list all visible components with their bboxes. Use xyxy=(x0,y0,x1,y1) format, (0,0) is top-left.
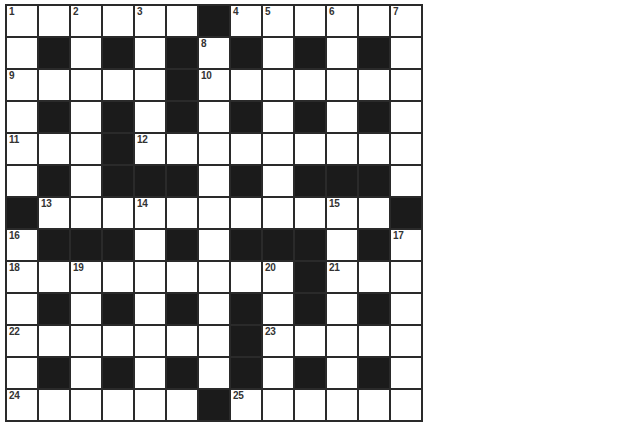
cell-r5c8[interactable] xyxy=(231,134,261,164)
cell-r4c3[interactable] xyxy=(71,102,101,132)
cell-r3c11[interactable] xyxy=(327,70,357,100)
cell-r12c11[interactable] xyxy=(327,358,357,388)
cell-r4c1[interactable] xyxy=(7,102,37,132)
cell-r3c8[interactable] xyxy=(231,70,261,100)
cell-r2c3[interactable] xyxy=(71,38,101,68)
clue-number-16: 16 xyxy=(9,230,20,242)
cell-r5c2[interactable] xyxy=(39,134,69,164)
cell-r9c5[interactable] xyxy=(135,262,165,292)
clue-number-7: 7 xyxy=(393,6,398,18)
cell-r10c3[interactable] xyxy=(71,294,101,324)
cell-r3c9[interactable] xyxy=(263,70,293,100)
cell-r4c12-black xyxy=(359,102,389,132)
cell-r10c6-black xyxy=(167,294,197,324)
cell-r13c9[interactable] xyxy=(263,390,293,420)
clue-number-13: 13 xyxy=(41,198,52,210)
clue-number-5: 5 xyxy=(265,6,270,18)
cell-r1c13[interactable]: 7 xyxy=(391,6,421,36)
cell-r8c13[interactable]: 17 xyxy=(391,230,421,260)
cell-r1c3[interactable]: 2 xyxy=(71,6,101,36)
cell-r6c10-black xyxy=(295,166,325,196)
cell-r13c7-black xyxy=(199,390,229,420)
cell-r11c2[interactable] xyxy=(39,326,69,356)
cell-r9c8[interactable] xyxy=(231,262,261,292)
clue-number-2: 2 xyxy=(73,6,78,18)
cell-r9c9[interactable]: 20 xyxy=(263,262,293,292)
cell-r13c5[interactable] xyxy=(135,390,165,420)
clue-number-11: 11 xyxy=(9,134,19,146)
cell-r2c8-black xyxy=(231,38,261,68)
cell-r10c7[interactable] xyxy=(199,294,229,324)
cell-r3c6-black xyxy=(167,70,197,100)
cell-r13c2[interactable] xyxy=(39,390,69,420)
cell-r7c6[interactable] xyxy=(167,198,197,228)
cell-r8c8-black xyxy=(231,230,261,260)
crossword-grid: 1234567891011121314151617181920212223242… xyxy=(5,4,423,422)
cell-r9c12[interactable] xyxy=(359,262,389,292)
cell-r5c5[interactable]: 12 xyxy=(135,134,165,164)
cell-r1c1[interactable]: 1 xyxy=(7,6,37,36)
cell-r12c13[interactable] xyxy=(391,358,421,388)
cell-r12c8-black xyxy=(231,358,261,388)
cell-r2c2-black xyxy=(39,38,69,68)
cell-r11c11[interactable] xyxy=(327,326,357,356)
cell-r5c7[interactable] xyxy=(199,134,229,164)
clue-number-23: 23 xyxy=(265,326,276,338)
cell-r3c4[interactable] xyxy=(103,70,133,100)
cell-r10c12-black xyxy=(359,294,389,324)
cell-r9c4[interactable] xyxy=(103,262,133,292)
cell-r3c7[interactable]: 10 xyxy=(199,70,229,100)
cell-r5c9[interactable] xyxy=(263,134,293,164)
clue-number-3: 3 xyxy=(137,6,142,18)
cell-r3c2[interactable] xyxy=(39,70,69,100)
cell-r9c13[interactable] xyxy=(391,262,421,292)
cell-r13c3[interactable] xyxy=(71,390,101,420)
cell-r7c8[interactable] xyxy=(231,198,261,228)
cell-r5c4-black xyxy=(103,134,133,164)
cell-r4c6-black xyxy=(167,102,197,132)
cell-r11c6[interactable] xyxy=(167,326,197,356)
clue-number-18: 18 xyxy=(9,262,20,274)
cell-r5c3[interactable] xyxy=(71,134,101,164)
clue-number-19: 19 xyxy=(73,262,84,274)
cell-r1c12[interactable] xyxy=(359,6,389,36)
clue-number-21: 21 xyxy=(329,262,340,274)
cell-r12c10-black xyxy=(295,358,325,388)
cell-r2c4-black xyxy=(103,38,133,68)
cell-r12c4-black xyxy=(103,358,133,388)
cell-r6c2-black xyxy=(39,166,69,196)
clue-number-14: 14 xyxy=(137,198,148,210)
clue-number-9: 9 xyxy=(9,70,14,82)
cell-r5c6[interactable] xyxy=(167,134,197,164)
cell-r12c5[interactable] xyxy=(135,358,165,388)
cell-r4c5[interactable] xyxy=(135,102,165,132)
cell-r8c7[interactable] xyxy=(199,230,229,260)
cell-r11c9[interactable]: 23 xyxy=(263,326,293,356)
cell-r2c1[interactable] xyxy=(7,38,37,68)
cell-r6c3[interactable] xyxy=(71,166,101,196)
cell-r10c1[interactable] xyxy=(7,294,37,324)
cell-r2c5[interactable] xyxy=(135,38,165,68)
clue-number-17: 17 xyxy=(393,230,404,242)
cell-r11c12[interactable] xyxy=(359,326,389,356)
clue-number-10: 10 xyxy=(201,70,212,82)
cell-r13c4[interactable] xyxy=(103,390,133,420)
cell-r9c10-black xyxy=(295,262,325,292)
cell-r12c1[interactable] xyxy=(7,358,37,388)
cell-r3c13[interactable] xyxy=(391,70,421,100)
cell-r1c4[interactable] xyxy=(103,6,133,36)
cell-r1c8[interactable]: 4 xyxy=(231,6,261,36)
cell-r7c9[interactable] xyxy=(263,198,293,228)
cell-r3c10[interactable] xyxy=(295,70,325,100)
cell-r8c11[interactable] xyxy=(327,230,357,260)
cell-r11c10[interactable] xyxy=(295,326,325,356)
cell-r8c3-black xyxy=(71,230,101,260)
cell-r12c12-black xyxy=(359,358,389,388)
cell-r12c7[interactable] xyxy=(199,358,229,388)
cell-r12c2-black xyxy=(39,358,69,388)
cell-r8c4-black xyxy=(103,230,133,260)
clue-number-15: 15 xyxy=(329,198,340,210)
cell-r11c5[interactable] xyxy=(135,326,165,356)
cell-r10c9[interactable] xyxy=(263,294,293,324)
cell-r6c5-black xyxy=(135,166,165,196)
clue-number-22: 22 xyxy=(9,326,20,338)
clue-number-6: 6 xyxy=(329,6,334,18)
cell-r8c12-black xyxy=(359,230,389,260)
cell-r10c11[interactable] xyxy=(327,294,357,324)
cell-r9c6[interactable] xyxy=(167,262,197,292)
clue-number-25: 25 xyxy=(233,390,244,402)
cell-r11c3[interactable] xyxy=(71,326,101,356)
cell-r7c3[interactable] xyxy=(71,198,101,228)
cell-r9c1[interactable]: 18 xyxy=(7,262,37,292)
cell-r10c4-black xyxy=(103,294,133,324)
cell-r8c2-black xyxy=(39,230,69,260)
cell-r5c1[interactable]: 11 xyxy=(7,134,37,164)
cell-r13c1[interactable]: 24 xyxy=(7,390,37,420)
cell-r10c10-black xyxy=(295,294,325,324)
cell-r4c2-black xyxy=(39,102,69,132)
clue-number-24: 24 xyxy=(9,390,20,402)
cell-r3c5[interactable] xyxy=(135,70,165,100)
cell-r4c13[interactable] xyxy=(391,102,421,132)
cell-r6c1[interactable] xyxy=(7,166,37,196)
crossword-page: 1234567891011121314151617181920212223242… xyxy=(0,0,640,425)
cell-r10c13[interactable] xyxy=(391,294,421,324)
cell-r5c13[interactable] xyxy=(391,134,421,164)
clue-number-8: 8 xyxy=(201,38,206,50)
cell-r7c11[interactable]: 15 xyxy=(327,198,357,228)
cell-r13c8[interactable]: 25 xyxy=(231,390,261,420)
cell-r3c1[interactable]: 9 xyxy=(7,70,37,100)
cell-r11c13[interactable] xyxy=(391,326,421,356)
cell-r13c10[interactable] xyxy=(295,390,325,420)
cell-r10c8-black xyxy=(231,294,261,324)
cell-r5c12[interactable] xyxy=(359,134,389,164)
cell-r11c4[interactable] xyxy=(103,326,133,356)
cell-r11c1[interactable]: 22 xyxy=(7,326,37,356)
clue-number-4: 4 xyxy=(233,6,238,18)
cell-r8c1[interactable]: 16 xyxy=(7,230,37,260)
cell-r7c2[interactable]: 13 xyxy=(39,198,69,228)
cell-r1c10[interactable] xyxy=(295,6,325,36)
cell-r7c13-black xyxy=(391,198,421,228)
cell-r5c11[interactable] xyxy=(327,134,357,164)
cell-r7c5[interactable]: 14 xyxy=(135,198,165,228)
cell-r1c7-black xyxy=(199,6,229,36)
cell-r3c3[interactable] xyxy=(71,70,101,100)
cell-r8c9-black xyxy=(263,230,293,260)
cell-r4c10-black xyxy=(295,102,325,132)
cell-r13c11[interactable] xyxy=(327,390,357,420)
cell-r9c11[interactable]: 21 xyxy=(327,262,357,292)
cell-r12c6-black xyxy=(167,358,197,388)
cell-r6c11-black xyxy=(327,166,357,196)
cell-r11c7[interactable] xyxy=(199,326,229,356)
cell-r13c6[interactable] xyxy=(167,390,197,420)
cell-r2c10-black xyxy=(295,38,325,68)
cell-r12c9[interactable] xyxy=(263,358,293,388)
cell-r7c1-black xyxy=(7,198,37,228)
cell-r8c5[interactable] xyxy=(135,230,165,260)
cell-r4c4-black xyxy=(103,102,133,132)
clue-number-1: 1 xyxy=(9,6,14,18)
cell-r1c9[interactable]: 5 xyxy=(263,6,293,36)
clue-number-20: 20 xyxy=(265,262,276,274)
cell-r2c11[interactable] xyxy=(327,38,357,68)
cell-r2c13[interactable] xyxy=(391,38,421,68)
cell-r5c10[interactable] xyxy=(295,134,325,164)
cell-r9c2[interactable] xyxy=(39,262,69,292)
cell-r7c7[interactable] xyxy=(199,198,229,228)
cell-r6c4-black xyxy=(103,166,133,196)
cell-r7c10[interactable] xyxy=(295,198,325,228)
cell-r9c3[interactable]: 19 xyxy=(71,262,101,292)
cell-r2c6-black xyxy=(167,38,197,68)
cell-r13c13[interactable] xyxy=(391,390,421,420)
cell-r6c9[interactable] xyxy=(263,166,293,196)
cell-r1c2[interactable] xyxy=(39,6,69,36)
cell-r10c2-black xyxy=(39,294,69,324)
cell-r4c9[interactable] xyxy=(263,102,293,132)
cell-r11c8-black xyxy=(231,326,261,356)
cell-r3c12[interactable] xyxy=(359,70,389,100)
cell-r4c7[interactable] xyxy=(199,102,229,132)
cell-r6c13[interactable] xyxy=(391,166,421,196)
clue-number-12: 12 xyxy=(137,134,148,146)
cell-r13c12[interactable] xyxy=(359,390,389,420)
cell-r4c8-black xyxy=(231,102,261,132)
cell-r9c7[interactable] xyxy=(199,262,229,292)
cell-r12c3[interactable] xyxy=(71,358,101,388)
cell-r6c6-black xyxy=(167,166,197,196)
cell-r1c6[interactable] xyxy=(167,6,197,36)
cell-r2c9[interactable] xyxy=(263,38,293,68)
cell-r1c5[interactable]: 3 xyxy=(135,6,165,36)
cell-r10c5[interactable] xyxy=(135,294,165,324)
cell-r7c12[interactable] xyxy=(359,198,389,228)
cell-r4c11[interactable] xyxy=(327,102,357,132)
cell-r1c11[interactable]: 6 xyxy=(327,6,357,36)
cell-r2c12-black xyxy=(359,38,389,68)
cell-r6c12-black xyxy=(359,166,389,196)
cell-r6c8-black xyxy=(231,166,261,196)
cell-r6c7[interactable] xyxy=(199,166,229,196)
cell-r8c6-black xyxy=(167,230,197,260)
cell-r7c4[interactable] xyxy=(103,198,133,228)
cell-r8c10-black xyxy=(295,230,325,260)
cell-r2c7[interactable]: 8 xyxy=(199,38,229,68)
